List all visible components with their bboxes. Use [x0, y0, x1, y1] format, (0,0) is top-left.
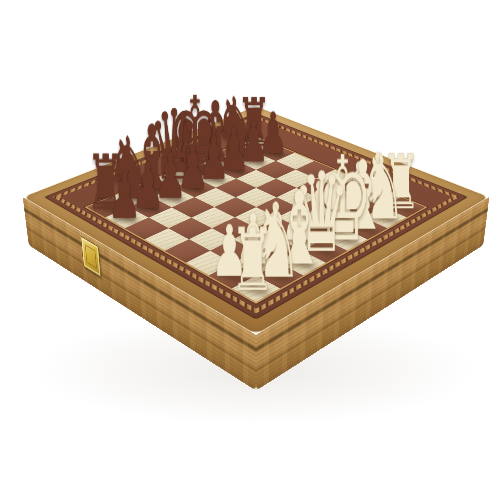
- chess-set-product-photo: ♜♟♟♜♞♟♟♞♝♟♟♝♚♟♟♚♛♟♟♛♝♟♟♝♞♟♟♞♜♟♟♜: [0, 0, 500, 500]
- perspective-stage: ♜♟♟♜♞♟♟♞♝♟♟♝♚♟♟♚♛♟♟♛♝♟♟♝♞♟♟♞♜♟♟♜: [0, 0, 500, 500]
- box-lid-top: ♜♟♟♜♞♟♟♞♝♟♟♝♚♟♟♚♛♟♟♛♝♟♟♝♞♟♟♞♜♟♟♜: [23, 106, 490, 335]
- piece-white-rook-a1: ♜: [228, 216, 278, 303]
